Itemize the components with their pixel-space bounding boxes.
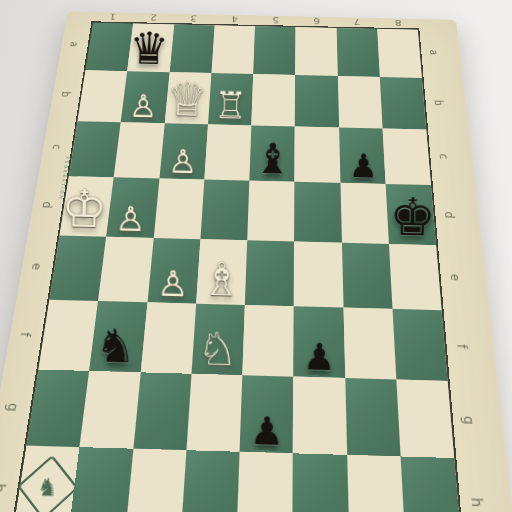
square-h4[interactable] — [181, 450, 240, 512]
coord-label-6: 6 — [310, 15, 324, 26]
square-e2[interactable] — [98, 237, 153, 303]
piece-white-pawn-b2[interactable]: ♙ — [121, 90, 165, 122]
coord-label-8: 8 — [391, 17, 406, 28]
piece-white-pawn-d2[interactable]: ♙ — [107, 201, 155, 236]
shield-knight-icon: ♞ — [35, 475, 59, 500]
square-h8[interactable] — [400, 456, 461, 512]
piece-black-king-d8[interactable]: ♚ — [388, 191, 436, 244]
square-h5[interactable] — [237, 452, 294, 512]
piece-black-pawn-f6[interactable]: ♟ — [293, 338, 345, 376]
square-g8[interactable] — [396, 379, 454, 458]
square-b7[interactable] — [337, 76, 382, 129]
us-chess-shield-logo: ♞ — [16, 455, 78, 512]
square-c6[interactable] — [295, 126, 340, 182]
square-a4[interactable] — [211, 25, 255, 74]
square-e7[interactable] — [341, 243, 392, 309]
square-g5[interactable]: ♟ — [240, 375, 294, 453]
square-e5[interactable] — [245, 240, 294, 306]
square-a5[interactable] — [253, 26, 295, 75]
square-e1[interactable] — [49, 236, 106, 302]
square-d5[interactable] — [247, 181, 294, 242]
piece-white-king-d1[interactable]: ♔ — [60, 183, 108, 236]
coord-label-1: 1 — [105, 11, 120, 22]
coord-label-f: f — [15, 326, 35, 343]
square-f8[interactable] — [392, 309, 447, 381]
coord-label-4: 4 — [228, 14, 242, 25]
square-b1[interactable] — [78, 70, 128, 122]
square-g2[interactable] — [80, 371, 141, 449]
square-c7[interactable]: ♟ — [339, 127, 386, 184]
piece-white-pawn-c3[interactable]: ♙ — [159, 145, 205, 179]
square-h2[interactable] — [69, 447, 133, 512]
square-c8[interactable] — [382, 128, 431, 185]
square-g3[interactable] — [133, 372, 191, 450]
square-e3[interactable]: ♙ — [147, 238, 200, 304]
coord-label-e: e — [446, 270, 464, 286]
coord-label-d: d — [441, 207, 458, 222]
square-g7[interactable] — [345, 378, 401, 456]
square-c1[interactable] — [69, 121, 121, 177]
square-c5[interactable]: ♝ — [249, 125, 295, 181]
coord-label-h: h — [0, 478, 10, 498]
square-a1[interactable] — [86, 23, 134, 72]
square-d8[interactable]: ♚ — [385, 184, 436, 245]
square-f2[interactable]: ♞ — [89, 301, 147, 372]
coord-label-a: a — [66, 39, 82, 50]
square-e4[interactable]: ♗ — [196, 239, 247, 305]
square-b8[interactable] — [380, 77, 427, 130]
square-d4[interactable] — [200, 180, 249, 241]
square-c3[interactable]: ♙ — [159, 123, 208, 179]
square-c4[interactable] — [204, 124, 251, 180]
square-g1[interactable] — [27, 370, 90, 448]
coord-label-5: 5 — [269, 14, 283, 25]
square-g6[interactable] — [293, 377, 347, 455]
chess-board: 12345678 12345678 abcdefgh abcdefgh ⚜ US… — [0, 11, 512, 512]
piece-white-bishop-e4[interactable]: ♗ — [196, 256, 246, 303]
piece-black-pawn-g5[interactable]: ♟ — [240, 411, 294, 451]
coord-label-c: c — [435, 150, 451, 163]
photo-background: 12345678 12345678 abcdefgh abcdefgh ⚜ US… — [0, 0, 512, 512]
square-b2[interactable]: ♙ — [121, 71, 169, 123]
square-b6[interactable] — [295, 75, 339, 127]
coord-label-d: d — [38, 198, 56, 212]
coord-label-b: b — [57, 88, 73, 100]
square-f3[interactable] — [140, 302, 196, 373]
coord-label-a: a — [426, 47, 441, 59]
square-d6[interactable] — [294, 182, 341, 243]
piece-black-pawn-c7[interactable]: ♟ — [340, 149, 386, 183]
square-c2[interactable] — [114, 122, 164, 178]
piece-white-pawn-e3[interactable]: ♙ — [147, 265, 197, 302]
playing-area: ♛♙♕♖♙♝♟♔♙♚♙♗♞♘♟♟♞ — [11, 21, 464, 512]
coord-label-3: 3 — [187, 13, 202, 24]
coord-label-c: c — [48, 141, 65, 154]
coord-label-b: b — [431, 96, 447, 108]
square-d1[interactable]: ♔ — [60, 176, 114, 237]
board-grid: ♛♙♕♖♙♝♟♔♙♚♙♗♞♘♟♟♞ — [11, 21, 464, 512]
square-h7[interactable] — [347, 455, 405, 512]
piece-black-bishop-c5[interactable]: ♝ — [249, 137, 295, 180]
square-a2[interactable]: ♛ — [127, 24, 173, 73]
square-h1[interactable]: ♞ — [13, 446, 79, 512]
square-b4[interactable]: ♖ — [208, 73, 253, 125]
piece-black-queen-a2[interactable]: ♛ — [128, 26, 171, 71]
square-d2[interactable]: ♙ — [106, 177, 159, 238]
square-e6[interactable] — [294, 242, 343, 308]
coord-label-g: g — [459, 411, 479, 430]
coord-label-f: f — [452, 338, 471, 355]
square-d3[interactable] — [153, 178, 204, 239]
square-b5[interactable] — [251, 74, 295, 126]
square-a8[interactable] — [377, 29, 422, 78]
piece-black-knight-f2[interactable]: ♞ — [90, 323, 142, 370]
piece-white-knight-f4[interactable]: ♘ — [192, 326, 244, 373]
square-g4[interactable] — [186, 374, 242, 452]
square-f6[interactable]: ♟ — [293, 306, 344, 378]
square-b3[interactable]: ♕ — [164, 72, 211, 124]
piece-white-queen-b3[interactable]: ♕ — [165, 76, 209, 123]
square-f4[interactable]: ♘ — [191, 304, 245, 376]
piece-white-rook-b4[interactable]: ♖ — [208, 86, 252, 124]
square-f5[interactable] — [242, 305, 294, 377]
square-e8[interactable] — [389, 244, 442, 310]
square-h6[interactable] — [293, 453, 349, 512]
coord-label-e: e — [27, 259, 46, 275]
coord-label-g: g — [2, 398, 23, 416]
coord-label-2: 2 — [146, 12, 161, 23]
square-a3[interactable] — [169, 24, 214, 73]
coord-label-7: 7 — [350, 16, 364, 27]
square-d7[interactable] — [340, 183, 389, 244]
square-a7[interactable] — [336, 28, 379, 77]
square-a6[interactable] — [295, 27, 337, 76]
square-h3[interactable] — [125, 449, 186, 512]
square-f7[interactable] — [343, 308, 396, 380]
coord-label-h: h — [466, 492, 487, 512]
